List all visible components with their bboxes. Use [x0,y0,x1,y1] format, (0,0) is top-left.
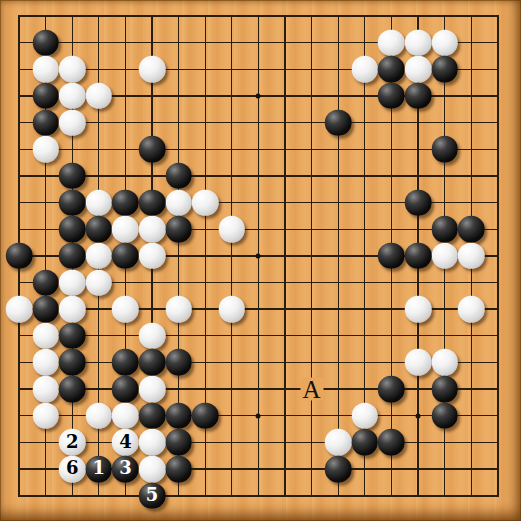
grid-line-horizontal [18,442,499,443]
black-stone [192,403,219,430]
white-stone [405,29,432,56]
white-stone [405,296,432,323]
star-point [416,413,421,418]
white-stone [59,269,86,296]
black-stone [139,189,166,216]
white-stone [32,376,59,403]
black-stone [139,349,166,376]
white-stone [405,56,432,83]
grid-line-vertical [284,15,285,497]
grid-line-horizontal [18,495,499,497]
black-stone [378,56,405,83]
white-stone [32,403,59,430]
black-stone [139,403,166,430]
move-number-label: 6 [66,459,79,477]
white-stone [219,216,246,243]
black-stone [378,429,405,456]
white-stone [139,243,166,270]
black-stone [59,189,86,216]
star-point [256,413,261,418]
black-stone [431,403,458,430]
move-3-black-stone: 3 [112,456,139,483]
black-stone [431,376,458,403]
go-board[interactable]: A246135 [0,0,521,521]
white-stone [165,189,192,216]
white-stone [86,403,113,430]
black-stone [325,109,352,136]
white-stone [352,56,379,83]
black-stone [378,83,405,110]
white-stone [458,296,485,323]
white-stone [112,403,139,430]
white-stone [32,136,59,163]
white-stone [86,269,113,296]
move-number-label: 1 [93,459,106,477]
black-stone [165,403,192,430]
black-stone [32,83,59,110]
white-stone [139,376,166,403]
grid-line-horizontal [18,335,499,336]
black-stone [165,456,192,483]
move-number-label: 2 [66,432,79,450]
black-stone [165,216,192,243]
white-stone [86,243,113,270]
white-stone [219,296,246,323]
black-stone [32,29,59,56]
white-stone [431,243,458,270]
white-stone [59,83,86,110]
white-stone [139,56,166,83]
white-stone [325,429,352,456]
move-5-black-stone: 5 [139,482,166,509]
white-stone [59,56,86,83]
black-stone [32,296,59,323]
white-stone [458,243,485,270]
black-stone [59,349,86,376]
white-stone [139,429,166,456]
white-stone [192,189,219,216]
white-stone [165,296,192,323]
move-2-white-stone: 2 [59,429,86,456]
black-stone [431,56,458,83]
go-game-screenshot: A246135 [0,0,521,521]
grid-line-vertical [497,15,499,497]
white-stone [139,456,166,483]
black-stone [325,456,352,483]
black-stone [6,243,33,270]
white-stone [378,29,405,56]
black-stone [352,429,379,456]
white-stone [112,216,139,243]
grid-line-horizontal [18,388,499,389]
grid-line-vertical [311,15,312,497]
black-stone [86,216,113,243]
white-stone [86,189,113,216]
move-4-white-stone: 4 [112,429,139,456]
black-stone [59,323,86,350]
white-stone [431,349,458,376]
star-point [256,93,261,98]
black-stone [378,243,405,270]
white-stone [352,403,379,430]
white-stone [86,83,113,110]
black-stone [405,189,432,216]
black-stone [405,243,432,270]
white-stone [139,216,166,243]
black-stone [59,243,86,270]
white-stone [139,323,166,350]
move-number-label: 4 [119,432,132,450]
black-stone [32,109,59,136]
move-6-white-stone: 6 [59,456,86,483]
black-stone [112,349,139,376]
white-stone [59,109,86,136]
black-stone [59,163,86,190]
black-stone [431,216,458,243]
white-stone [59,296,86,323]
black-stone [112,189,139,216]
move-number-label: 5 [146,486,159,504]
black-stone [165,349,192,376]
black-stone [405,83,432,110]
black-stone [59,376,86,403]
point-label-A: A [300,378,323,401]
black-stone [59,216,86,243]
black-stone [378,376,405,403]
white-stone [32,323,59,350]
star-point [256,253,261,258]
move-number-label: 3 [119,459,132,477]
grid-line-vertical [338,15,339,497]
white-stone [6,296,33,323]
black-stone [165,163,192,190]
white-stone [112,296,139,323]
white-stone [431,29,458,56]
black-stone [112,243,139,270]
black-stone [458,216,485,243]
black-stone [165,429,192,456]
black-stone [112,376,139,403]
white-stone [32,349,59,376]
black-stone [32,269,59,296]
white-stone [405,349,432,376]
black-stone [431,136,458,163]
black-stone [139,136,166,163]
white-stone [32,56,59,83]
move-1-black-stone: 1 [86,456,113,483]
